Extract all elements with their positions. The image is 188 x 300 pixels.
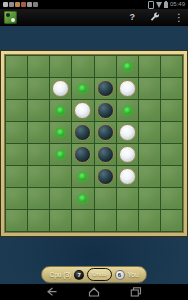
navigation-bar <box>0 284 188 300</box>
overflow-menu-icon[interactable]: ⋮ <box>174 12 184 23</box>
board-cell-a8 <box>6 210 27 231</box>
home-icon[interactable] <box>87 286 101 298</box>
app-screen: 05:49 ? ⋮ Cpu (3) 7 Undo 6 You <box>0 0 188 300</box>
board-cell-a3 <box>6 100 27 121</box>
white-disc <box>74 102 91 119</box>
board-cell-f6 <box>117 166 138 187</box>
board-cell-d3 <box>72 100 93 121</box>
board-cell-h8 <box>161 210 182 231</box>
board-cell-e7 <box>95 188 116 209</box>
notification-icon <box>27 2 32 7</box>
clock: 05:49 <box>170 0 185 9</box>
board-cell-d5 <box>72 144 93 165</box>
board-cell-h7 <box>161 188 182 209</box>
score-bar: Cpu (3) 7 Undo 6 You <box>41 266 147 283</box>
white-disc <box>52 80 69 97</box>
board-cell-a5 <box>6 144 27 165</box>
help-icon[interactable]: ? <box>130 12 136 22</box>
notification-icon <box>33 2 38 7</box>
board-cell-a1 <box>6 56 27 77</box>
black-disc <box>74 124 91 141</box>
board-cell-e1 <box>95 56 116 77</box>
board-cell-d1 <box>72 56 93 77</box>
back-icon[interactable] <box>45 286 59 298</box>
status-bar: 05:49 <box>0 0 188 9</box>
board-cell-f8 <box>117 210 138 231</box>
board-cell-g7 <box>139 188 160 209</box>
legal-move-dot[interactable] <box>57 129 64 136</box>
notification-icon <box>15 2 20 7</box>
board-cell-b3 <box>28 100 49 121</box>
board-cell-f4 <box>117 122 138 143</box>
board-cell-c3[interactable] <box>50 100 71 121</box>
notification-icon <box>3 2 8 7</box>
cpu-score-disc: 7 <box>74 270 84 280</box>
board-cell-c5[interactable] <box>50 144 71 165</box>
board-cell-b4 <box>28 122 49 143</box>
board-cell-b5 <box>28 144 49 165</box>
legal-move-dot[interactable] <box>79 173 86 180</box>
legal-move-dot[interactable] <box>124 107 131 114</box>
legal-move-dot[interactable] <box>79 195 86 202</box>
board-cell-h5 <box>161 144 182 165</box>
you-label: You <box>128 271 139 278</box>
legal-move-dot[interactable] <box>57 151 64 158</box>
wifi-icon <box>156 2 162 8</box>
board-cell-h4 <box>161 122 182 143</box>
legal-move-dot[interactable] <box>79 85 86 92</box>
legal-move-dot[interactable] <box>57 107 64 114</box>
board-cell-f3[interactable] <box>117 100 138 121</box>
board-cell-f1[interactable] <box>117 56 138 77</box>
cpu-label: Cpu (3) <box>50 271 72 278</box>
board-cell-f2 <box>117 78 138 99</box>
board-cell-d6[interactable] <box>72 166 93 187</box>
board-inner-frame <box>4 54 184 233</box>
board-cell-e5 <box>95 144 116 165</box>
white-disc <box>119 146 136 163</box>
board-cell-g5 <box>139 144 160 165</box>
board-grid <box>5 55 183 232</box>
action-bar: ? ⋮ <box>0 9 188 26</box>
black-disc <box>97 168 114 185</box>
white-disc <box>119 124 136 141</box>
battery-icon <box>164 2 168 8</box>
board-cell-g2 <box>139 78 160 99</box>
board-cell-h3 <box>161 100 182 121</box>
black-disc <box>97 124 114 141</box>
board-cell-d7[interactable] <box>72 188 93 209</box>
board-cell-h1 <box>161 56 182 77</box>
black-disc <box>97 80 114 97</box>
board-cell-c6 <box>50 166 71 187</box>
board-cell-c2 <box>50 78 71 99</box>
black-disc <box>97 102 114 119</box>
board-cell-a4 <box>6 122 27 143</box>
board-cell-h2 <box>161 78 182 99</box>
legal-move-dot[interactable] <box>124 63 131 70</box>
white-disc <box>119 80 136 97</box>
black-disc <box>97 146 114 163</box>
board-cell-a7 <box>6 188 27 209</box>
board-cell-e8 <box>95 210 116 231</box>
notification-icon <box>21 2 26 7</box>
wrench-icon[interactable] <box>149 12 160 23</box>
board-cell-g8 <box>139 210 160 231</box>
board-frame <box>0 50 188 237</box>
black-disc <box>74 146 91 163</box>
you-score-disc: 6 <box>115 270 125 280</box>
board-cell-c8 <box>50 210 71 231</box>
board-cell-d4 <box>72 122 93 143</box>
board-cell-e4 <box>95 122 116 143</box>
board-cell-g4 <box>139 122 160 143</box>
board-cell-g6 <box>139 166 160 187</box>
undo-button[interactable]: Undo <box>87 268 111 281</box>
board-cell-h6 <box>161 166 182 187</box>
notification-icon <box>9 2 14 7</box>
notification-icons <box>3 2 38 7</box>
board-cell-g1 <box>139 56 160 77</box>
board-cell-b1 <box>28 56 49 77</box>
board-cell-g3 <box>139 100 160 121</box>
white-disc <box>119 168 136 185</box>
board-cell-b7 <box>28 188 49 209</box>
board-cell-c4[interactable] <box>50 122 71 143</box>
board-cell-c1 <box>50 56 71 77</box>
vibrate-icon <box>148 1 154 9</box>
board-cell-a6 <box>6 166 27 187</box>
board-cell-e2 <box>95 78 116 99</box>
board-cell-d8 <box>72 210 93 231</box>
board-cell-a2 <box>6 78 27 99</box>
board-cell-d2[interactable] <box>72 78 93 99</box>
board-cell-c7 <box>50 188 71 209</box>
board-cell-e3 <box>95 100 116 121</box>
board-cell-b2 <box>28 78 49 99</box>
board-cell-f5 <box>117 144 138 165</box>
recents-icon[interactable] <box>129 286 143 298</box>
board-cell-b8 <box>28 210 49 231</box>
board-cell-b6 <box>28 166 49 187</box>
board-cell-e6 <box>95 166 116 187</box>
reversi-app-icon <box>4 11 17 24</box>
board-cell-f7 <box>117 188 138 209</box>
